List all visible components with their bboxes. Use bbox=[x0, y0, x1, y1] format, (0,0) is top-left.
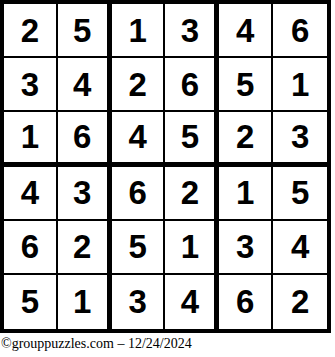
cell-r5c6: 4 bbox=[273, 221, 327, 275]
cell-r4c6: 5 bbox=[273, 167, 327, 221]
cell-r1c6: 6 bbox=[273, 4, 327, 58]
cell-r1c2: 5 bbox=[58, 4, 112, 58]
cell-r5c3: 5 bbox=[112, 221, 166, 275]
page: 251346342651164523436215625134513462 ©gr… bbox=[0, 0, 335, 357]
cell-r3c3: 4 bbox=[112, 112, 166, 166]
cell-r6c4: 4 bbox=[165, 275, 219, 329]
cell-r6c6: 2 bbox=[273, 275, 327, 329]
cell-r2c4: 6 bbox=[165, 58, 219, 112]
cell-r1c1: 2 bbox=[4, 4, 58, 58]
copyright-footer: ©grouppuzzles.com – 12/24/2024 bbox=[1, 336, 192, 352]
cell-r1c4: 3 bbox=[165, 4, 219, 58]
cell-r2c2: 4 bbox=[58, 58, 112, 112]
cell-r2c3: 2 bbox=[112, 58, 166, 112]
cell-r4c5: 1 bbox=[219, 167, 273, 221]
cell-r4c3: 6 bbox=[112, 167, 166, 221]
cell-r5c2: 2 bbox=[58, 221, 112, 275]
cell-r4c1: 4 bbox=[4, 167, 58, 221]
cell-r1c3: 1 bbox=[112, 4, 166, 58]
cell-r6c1: 5 bbox=[4, 275, 58, 329]
cell-r3c1: 1 bbox=[4, 112, 58, 166]
cell-r1c5: 4 bbox=[219, 4, 273, 58]
board: 251346342651164523436215625134513462 bbox=[0, 0, 331, 333]
cell-r5c5: 3 bbox=[219, 221, 273, 275]
cell-r6c5: 6 bbox=[219, 275, 273, 329]
cell-r6c2: 1 bbox=[58, 275, 112, 329]
cell-r3c4: 5 bbox=[165, 112, 219, 166]
cell-r4c4: 2 bbox=[165, 167, 219, 221]
cell-r2c5: 5 bbox=[219, 58, 273, 112]
cell-r2c6: 1 bbox=[273, 58, 327, 112]
cell-r3c6: 3 bbox=[273, 112, 327, 166]
cell-r3c5: 2 bbox=[219, 112, 273, 166]
cell-r4c2: 3 bbox=[58, 167, 112, 221]
cell-r3c2: 6 bbox=[58, 112, 112, 166]
cell-r2c1: 3 bbox=[4, 58, 58, 112]
cell-r5c4: 1 bbox=[165, 221, 219, 275]
cell-r5c1: 6 bbox=[4, 221, 58, 275]
cell-r6c3: 3 bbox=[112, 275, 166, 329]
